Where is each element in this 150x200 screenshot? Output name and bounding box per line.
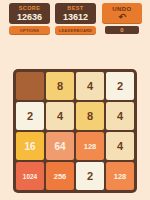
score-value: 12636 <box>9 12 50 22</box>
tile-2: 2 <box>16 102 44 130</box>
tile-4: 4 <box>106 132 134 160</box>
tile-4: 4 <box>46 102 74 130</box>
tile-64: 64 <box>46 132 74 160</box>
best-box: BEST 13612 <box>55 3 96 24</box>
tile-4: 4 <box>106 102 134 130</box>
score-label: SCORE <box>9 5 50 12</box>
undo-count-badge: 0 <box>105 26 139 34</box>
tile-16: 16 <box>16 132 44 160</box>
best-value: 13612 <box>55 12 96 22</box>
best-label: BEST <box>55 5 96 12</box>
tile-4: 4 <box>76 72 104 100</box>
undo-arrow-icon: ↶ <box>102 13 142 22</box>
score-column: SCORE 12636 OPTIONS <box>9 3 50 35</box>
score-box: SCORE 12636 <box>9 3 50 24</box>
best-column: BEST 13612 LEADERBOARD <box>55 3 96 35</box>
tile-128: 128 <box>76 132 104 160</box>
tile-2: 2 <box>106 72 134 100</box>
board-grid-4x4: 84224841664128410242562128 <box>13 69 137 193</box>
tile-2: 2 <box>76 162 104 190</box>
empty-cell <box>16 72 44 100</box>
tile-1024: 1024 <box>16 162 44 190</box>
header: SCORE 12636 OPTIONS BEST 13612 LEADERBOA… <box>0 0 150 35</box>
tile-8: 8 <box>76 102 104 130</box>
game-2048-app: SCORE 12636 OPTIONS BEST 13612 LEADERBOA… <box>0 0 150 200</box>
undo-button[interactable]: UNDO ↶ <box>102 3 142 24</box>
tile-8: 8 <box>46 72 74 100</box>
leaderboard-button[interactable]: LEADERBOARD <box>55 26 96 35</box>
options-button[interactable]: OPTIONS <box>9 26 50 35</box>
undo-column: UNDO ↶ 0 <box>102 3 142 34</box>
tile-256: 256 <box>46 162 74 190</box>
tile-128: 128 <box>106 162 134 190</box>
